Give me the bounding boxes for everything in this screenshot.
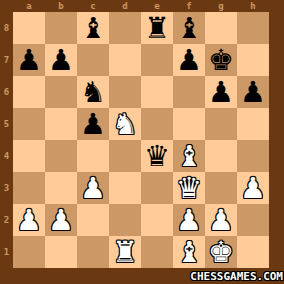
square-a6[interactable] [13, 76, 45, 108]
square-d5[interactable]: ♞ [109, 108, 141, 140]
square-g5[interactable] [205, 108, 237, 140]
white-pawn: ♟ [208, 204, 234, 236]
square-e7[interactable] [141, 44, 173, 76]
chess-board: ♝♜♝♟♟♟♚♞♟♟♟♞♛♝♟♛♟♟♟♟♟♜♝♚ [13, 12, 269, 268]
square-a3[interactable] [13, 172, 45, 204]
rank-label-1: 1 [0, 236, 13, 268]
square-e8[interactable]: ♜ [141, 12, 173, 44]
black-pawn: ♟ [176, 44, 202, 76]
square-c8[interactable]: ♝ [77, 12, 109, 44]
file-labels: abcdefgh [13, 0, 269, 12]
square-d1[interactable]: ♜ [109, 236, 141, 268]
square-d8[interactable] [109, 12, 141, 44]
square-h4[interactable] [237, 140, 269, 172]
file-label-g: g [205, 0, 237, 12]
black-bishop: ♝ [80, 12, 106, 44]
square-h7[interactable] [237, 44, 269, 76]
square-a5[interactable] [13, 108, 45, 140]
square-a4[interactable] [13, 140, 45, 172]
rank-label-2: 2 [0, 204, 13, 236]
square-h1[interactable] [237, 236, 269, 268]
square-b6[interactable] [45, 76, 77, 108]
square-f7[interactable]: ♟ [173, 44, 205, 76]
square-e1[interactable] [141, 236, 173, 268]
black-king: ♚ [208, 44, 234, 76]
file-label-h: h [237, 0, 269, 12]
square-e6[interactable] [141, 76, 173, 108]
square-b2[interactable]: ♟ [45, 204, 77, 236]
black-pawn: ♟ [16, 44, 42, 76]
square-b8[interactable] [45, 12, 77, 44]
square-d4[interactable] [109, 140, 141, 172]
square-b7[interactable]: ♟ [45, 44, 77, 76]
square-c2[interactable] [77, 204, 109, 236]
black-rook: ♜ [144, 12, 170, 44]
square-g8[interactable] [205, 12, 237, 44]
rank-label-5: 5 [0, 108, 13, 140]
white-queen: ♛ [176, 172, 202, 204]
square-a8[interactable] [13, 12, 45, 44]
square-h6[interactable]: ♟ [237, 76, 269, 108]
square-d7[interactable] [109, 44, 141, 76]
black-pawn: ♟ [80, 108, 106, 140]
square-e2[interactable] [141, 204, 173, 236]
square-c4[interactable] [77, 140, 109, 172]
black-pawn: ♟ [240, 76, 266, 108]
square-a7[interactable]: ♟ [13, 44, 45, 76]
white-pawn: ♟ [240, 172, 266, 204]
square-h3[interactable]: ♟ [237, 172, 269, 204]
white-pawn: ♟ [80, 172, 106, 204]
file-label-a: a [13, 0, 45, 12]
square-g3[interactable] [205, 172, 237, 204]
square-d3[interactable] [109, 172, 141, 204]
square-h2[interactable] [237, 204, 269, 236]
watermark: CHESSGAMES.COM [190, 270, 283, 283]
square-e5[interactable] [141, 108, 173, 140]
square-c7[interactable] [77, 44, 109, 76]
white-pawn: ♟ [176, 204, 202, 236]
rank-label-8: 8 [0, 12, 13, 44]
white-king: ♚ [208, 236, 234, 268]
square-b1[interactable] [45, 236, 77, 268]
square-d2[interactable] [109, 204, 141, 236]
square-a1[interactable] [13, 236, 45, 268]
square-f8[interactable]: ♝ [173, 12, 205, 44]
square-c5[interactable]: ♟ [77, 108, 109, 140]
square-h5[interactable] [237, 108, 269, 140]
square-f6[interactable] [173, 76, 205, 108]
square-a2[interactable]: ♟ [13, 204, 45, 236]
rank-labels: 87654321 [0, 12, 13, 268]
rank-label-4: 4 [0, 140, 13, 172]
square-f3[interactable]: ♛ [173, 172, 205, 204]
square-g4[interactable] [205, 140, 237, 172]
square-e3[interactable] [141, 172, 173, 204]
black-knight: ♞ [80, 76, 106, 108]
square-b3[interactable] [45, 172, 77, 204]
square-b5[interactable] [45, 108, 77, 140]
black-bishop: ♝ [176, 12, 202, 44]
white-knight: ♞ [112, 108, 138, 140]
rank-label-7: 7 [0, 44, 13, 76]
white-pawn: ♟ [16, 204, 42, 236]
square-b4[interactable] [45, 140, 77, 172]
white-pawn: ♟ [48, 204, 74, 236]
rank-label-3: 3 [0, 172, 13, 204]
black-pawn: ♟ [48, 44, 74, 76]
file-label-d: d [109, 0, 141, 12]
square-g1[interactable]: ♚ [205, 236, 237, 268]
square-f5[interactable] [173, 108, 205, 140]
chess-board-frame: abcdefgh 87654321 ♝♜♝♟♟♟♚♞♟♟♟♞♛♝♟♛♟♟♟♟♟♜… [0, 0, 284, 284]
file-label-b: b [45, 0, 77, 12]
square-g7[interactable]: ♚ [205, 44, 237, 76]
white-rook: ♜ [112, 236, 138, 268]
black-queen: ♛ [144, 140, 170, 172]
square-f4[interactable]: ♝ [173, 140, 205, 172]
square-d6[interactable] [109, 76, 141, 108]
square-e4[interactable]: ♛ [141, 140, 173, 172]
black-pawn: ♟ [208, 76, 234, 108]
square-f2[interactable]: ♟ [173, 204, 205, 236]
square-c3[interactable]: ♟ [77, 172, 109, 204]
rank-label-6: 6 [0, 76, 13, 108]
square-h8[interactable] [237, 12, 269, 44]
square-g2[interactable]: ♟ [205, 204, 237, 236]
square-f1[interactable]: ♝ [173, 236, 205, 268]
square-g6[interactable]: ♟ [205, 76, 237, 108]
square-c1[interactable] [77, 236, 109, 268]
square-c6[interactable]: ♞ [77, 76, 109, 108]
white-bishop: ♝ [176, 140, 202, 172]
white-bishop: ♝ [176, 236, 202, 268]
